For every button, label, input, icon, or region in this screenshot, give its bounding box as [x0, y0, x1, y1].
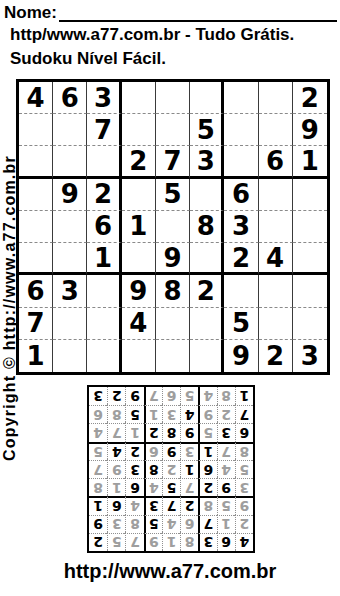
main-sudoku-cell-r3c7[interactable]	[224, 146, 258, 178]
solution-rotated-cell-r7c6: 2	[144, 423, 162, 441]
solution-rotated-cell-r5c6: 8	[144, 460, 162, 478]
main-sudoku-cell-r8c4: 4	[122, 308, 156, 340]
main-sudoku-cell-r6c1[interactable]	[19, 243, 53, 275]
main-sudoku-cell-r9c1: 1	[19, 340, 53, 372]
main-sudoku-cell-r8c8[interactable]	[259, 308, 293, 340]
solution-rotated-cell-r5c8: 9	[107, 460, 125, 478]
main-sudoku-cell-r9c3[interactable]	[87, 340, 121, 372]
main-sudoku-cell-r5c4: 1	[122, 211, 156, 243]
solution-rotated-cell-r2c6: 5	[144, 515, 162, 533]
main-sudoku-cell-r4c1[interactable]	[19, 179, 53, 211]
main-sudoku-cell-r2c4[interactable]	[122, 114, 156, 146]
main-sudoku-cell-r1c9: 2	[293, 82, 327, 114]
main-sudoku-cell-r8c2[interactable]	[53, 308, 87, 340]
main-sudoku-cell-r4c3: 2	[87, 179, 121, 211]
main-sudoku-cell-r9c6[interactable]	[190, 340, 224, 372]
main-sudoku-cell-r6c6[interactable]	[190, 243, 224, 275]
solution-rotated-cell-r4c5: 5	[162, 478, 180, 496]
solution-rotated-cell-r2c1: 2	[235, 515, 253, 533]
solution-rotated-cell-r2c2: 1	[217, 515, 235, 533]
main-sudoku-cell-r8c1: 7	[19, 308, 53, 340]
solution-rotated-cell-r3c2: 5	[217, 496, 235, 514]
solution-rotated-cell-r8c8: 8	[107, 405, 125, 423]
solution-rotated-cell-r9c2: 8	[217, 387, 235, 405]
solution-rotated-cell-r7c7: 1	[125, 423, 143, 441]
solution-rotated-cell-r7c8: 7	[107, 423, 125, 441]
solution-rotated-cell-r1c2: 6	[217, 533, 235, 551]
main-sudoku-cell-r9c5[interactable]	[156, 340, 190, 372]
solution-rotated-cell-r9c6: 7	[144, 387, 162, 405]
main-sudoku-cell-r6c3: 1	[87, 243, 121, 275]
main-sudoku-cell-r1c8[interactable]	[259, 82, 293, 114]
main-sudoku-cell-r5c5[interactable]	[156, 211, 190, 243]
main-sudoku-cell-r4c8[interactable]	[259, 179, 293, 211]
main-sudoku-cell-r7c8[interactable]	[259, 275, 293, 307]
main-sudoku-cell-r5c3: 6	[87, 211, 121, 243]
main-sudoku-cell-r1c3: 3	[87, 82, 121, 114]
main-sudoku-cell-r9c2[interactable]	[53, 340, 87, 372]
solution-rotated-cell-r2c8: 3	[107, 515, 125, 533]
solution-rotated-cell-r9c8: 2	[107, 387, 125, 405]
solution-rotated-cell-r6c2: 7	[217, 442, 235, 460]
main-sudoku-cell-r3c2[interactable]	[53, 146, 87, 178]
main-sudoku-cell-r8c3[interactable]	[87, 308, 121, 340]
solution-rotated-cell-r7c3: 5	[198, 423, 216, 441]
solution-rotated-cell-r6c4: 3	[180, 442, 198, 460]
name-fill-in-line[interactable]	[59, 20, 337, 22]
solution-rotated-cell-r3c1: 9	[235, 496, 253, 514]
main-sudoku-cell-r5c8[interactable]	[259, 211, 293, 243]
solution-rotated-cell-r4c3: 2	[198, 478, 216, 496]
main-sudoku-cell-r4c5: 5	[156, 179, 190, 211]
main-sudoku-cell-r1c7[interactable]	[224, 82, 258, 114]
main-sudoku-cell-r7c4: 9	[122, 275, 156, 307]
solution-rotated-cell-r7c4: 9	[180, 423, 198, 441]
main-sudoku-cell-r4c4[interactable]	[122, 179, 156, 211]
main-sudoku-cell-r9c8: 2	[259, 340, 293, 372]
name-row: Nome:	[4, 3, 337, 23]
solution-rotated-cell-r4c1: 3	[235, 478, 253, 496]
main-sudoku-cell-r1c1: 4	[19, 82, 53, 114]
main-sudoku-cell-r7c5: 8	[156, 275, 190, 307]
main-sudoku-cell-r2c7[interactable]	[224, 114, 258, 146]
sudoku-printable-page: Nome: http/www.a77.com.br - Tudo Grátis.…	[0, 0, 340, 596]
solution-rotated-cell-r1c1: 4	[235, 533, 253, 551]
solution-rotated-cell-r8c9: 6	[89, 405, 107, 423]
main-sudoku-cell-r2c1[interactable]	[19, 114, 53, 146]
main-sudoku-cell-r7c1: 6	[19, 275, 53, 307]
main-sudoku-cell-r2c9: 9	[293, 114, 327, 146]
solution-rotated-cell-r3c6: 3	[144, 496, 162, 514]
solution-rotated-cell-r2c9: 9	[89, 515, 107, 533]
solution-rotated-cell-r5c2: 4	[217, 460, 235, 478]
solution-rotated-cell-r2c3: 7	[198, 515, 216, 533]
main-sudoku-cell-r5c6: 8	[190, 211, 224, 243]
solution-rotated-cell-r8c6: 1	[144, 405, 162, 423]
solution-rotated-cell-r7c9: 4	[89, 423, 107, 441]
main-sudoku-cell-r1c6[interactable]	[190, 82, 224, 114]
main-sudoku-cell-r4c6[interactable]	[190, 179, 224, 211]
solution-rotated-cell-r6c1: 8	[235, 442, 253, 460]
solution-rotated-cell-r4c9: 8	[89, 478, 107, 496]
main-sudoku-cell-r7c3[interactable]	[87, 275, 121, 307]
main-sudoku-cell-r3c6: 3	[190, 146, 224, 178]
solution-rotated-cell-r4c7: 6	[125, 478, 143, 496]
solution-rotated-cell-r3c5: 7	[162, 496, 180, 514]
solution-rotated-cell-r9c3: 4	[198, 387, 216, 405]
main-sudoku-cell-r7c7[interactable]	[224, 275, 258, 307]
main-sudoku-cell-r1c5[interactable]	[156, 82, 190, 114]
solution-rotated-cell-r6c3: 1	[198, 442, 216, 460]
main-sudoku-cell-r3c3[interactable]	[87, 146, 121, 178]
solution-rotated-cell-r6c7: 2	[125, 442, 143, 460]
solution-rotated-cell-r3c3: 8	[198, 496, 216, 514]
solution-rotated-cell-r8c7: 5	[125, 405, 143, 423]
main-sudoku-cell-r7c6: 2	[190, 275, 224, 307]
solution-rotated-cell-r5c3: 6	[198, 460, 216, 478]
solution-rotated-cell-r3c7: 4	[125, 496, 143, 514]
main-sudoku-cell-r2c6: 5	[190, 114, 224, 146]
solution-rotated-cell-r9c4: 5	[180, 387, 198, 405]
main-sudoku-cell-r4c2: 9	[53, 179, 87, 211]
solution-rotated-cell-r1c8: 5	[107, 533, 125, 551]
solution-rotated-cell-r5c7: 3	[125, 460, 143, 478]
solution-rotated-cell-r7c2: 3	[217, 423, 235, 441]
main-sudoku-cell-r3c5: 7	[156, 146, 190, 178]
main-sudoku-cell-r2c3: 7	[87, 114, 121, 146]
solution-rotated-cell-r6c9: 5	[89, 442, 107, 460]
main-sudoku-cell-r3c4: 2	[122, 146, 156, 178]
solution-rotated-cell-r7c1: 6	[235, 423, 253, 441]
solution-rotated-cell-r6c8: 4	[107, 442, 125, 460]
footer-url: http://www.a77.com.br	[0, 560, 340, 583]
solution-grid-rotated: 4638197522176458399582734613927546185461…	[87, 385, 255, 553]
main-sudoku-cell-r8c7: 5	[224, 308, 258, 340]
solution-rotated-cell-r2c5: 4	[162, 515, 180, 533]
solution-rotated-cell-r6c6: 6	[144, 442, 162, 460]
solution-rotated-cell-r5c5: 2	[162, 460, 180, 478]
solution-rotated-cell-r9c7: 9	[125, 387, 143, 405]
solution-rotated-cell-r1c3: 3	[198, 533, 216, 551]
solution-rotated-cell-r1c6: 9	[144, 533, 162, 551]
solution-rotated-cell-r8c3: 9	[198, 405, 216, 423]
solution-rotated-cell-r2c7: 8	[125, 515, 143, 533]
solution-rotated-cell-r9c9: 3	[89, 387, 107, 405]
main-sudoku-cell-r5c9[interactable]	[293, 211, 327, 243]
main-sudoku-cell-r8c9[interactable]	[293, 308, 327, 340]
solution-rotated-cell-r7c5: 8	[162, 423, 180, 441]
solution-rotated-cell-r4c6: 4	[144, 478, 162, 496]
main-sudoku-cell-r2c5[interactable]	[156, 114, 190, 146]
main-sudoku-cell-r3c9: 1	[293, 146, 327, 178]
solution-rotated-cell-r8c1: 7	[235, 405, 253, 423]
main-sudoku-cell-r6c8: 4	[259, 243, 293, 275]
main-sudoku-cell-r4c7: 6	[224, 179, 258, 211]
main-sudoku-cell-r2c8[interactable]	[259, 114, 293, 146]
main-sudoku-cell-r7c9[interactable]	[293, 275, 327, 307]
main-sudoku-cell-r9c9: 3	[293, 340, 327, 372]
main-sudoku-cell-r9c7: 9	[224, 340, 258, 372]
solution-rotated-cell-r5c1: 5	[235, 460, 253, 478]
solution-rotated-cell-r5c4: 1	[180, 460, 198, 478]
main-sudoku-cell-r8c5[interactable]	[156, 308, 190, 340]
main-sudoku-cell-r5c2[interactable]	[53, 211, 87, 243]
main-sudoku-cell-r6c7: 2	[224, 243, 258, 275]
main-sudoku-cell-r5c7: 3	[224, 211, 258, 243]
solution-rotated-cell-r8c5: 3	[162, 405, 180, 423]
solution-rotated-cell-r8c2: 2	[217, 405, 235, 423]
solution-rotated-cell-r4c2: 9	[217, 478, 235, 496]
solution-rotated-cell-r2c4: 6	[180, 515, 198, 533]
main-sudoku-cell-r3c1[interactable]	[19, 146, 53, 178]
main-sudoku-cell-r6c4[interactable]	[122, 243, 156, 275]
solution-rotated-cell-r3c4: 2	[180, 496, 198, 514]
difficulty-title: Sudoku Nível Fácil.	[10, 49, 166, 69]
main-sudoku-grid: 463275927361925661831924639827451923	[16, 79, 330, 375]
main-sudoku-cell-r8c6[interactable]	[190, 308, 224, 340]
solution-rotated-cell-r9c5: 6	[162, 387, 180, 405]
solution-rotated-cell-r1c5: 1	[162, 533, 180, 551]
main-sudoku-cell-r6c9[interactable]	[293, 243, 327, 275]
name-label: Nome:	[4, 3, 57, 23]
solution-rotated-cell-r8c4: 4	[180, 405, 198, 423]
solution-rotated-cell-r9c1: 1	[235, 387, 253, 405]
main-sudoku-cell-r7c2: 3	[53, 275, 87, 307]
solution-rotated-cell-r3c8: 6	[107, 496, 125, 514]
main-sudoku-cell-r1c4[interactable]	[122, 82, 156, 114]
main-sudoku-cell-r3c8: 6	[259, 146, 293, 178]
solution-rotated-cell-r1c9: 2	[89, 533, 107, 551]
site-headline: http/www.a77.com.br - Tudo Grátis.	[10, 25, 294, 45]
solution-rotated-cell-r5c9: 7	[89, 460, 107, 478]
solution-rotated-cell-r1c4: 8	[180, 533, 198, 551]
solution-rotated-cell-r3c9: 1	[89, 496, 107, 514]
main-sudoku-cell-r6c5: 9	[156, 243, 190, 275]
main-sudoku-cell-r2c2[interactable]	[53, 114, 87, 146]
main-sudoku-cell-r9c4[interactable]	[122, 340, 156, 372]
main-sudoku-cell-r6c2[interactable]	[53, 243, 87, 275]
main-sudoku-cell-r5c1[interactable]	[19, 211, 53, 243]
solution-rotated-cell-r4c8: 1	[107, 478, 125, 496]
solution-rotated-cell-r6c5: 9	[162, 442, 180, 460]
main-sudoku-cell-r1c2: 6	[53, 82, 87, 114]
solution-rotated-cell-r1c7: 7	[125, 533, 143, 551]
solution-rotated-cell-r4c4: 7	[180, 478, 198, 496]
main-sudoku-cell-r4c9[interactable]	[293, 179, 327, 211]
